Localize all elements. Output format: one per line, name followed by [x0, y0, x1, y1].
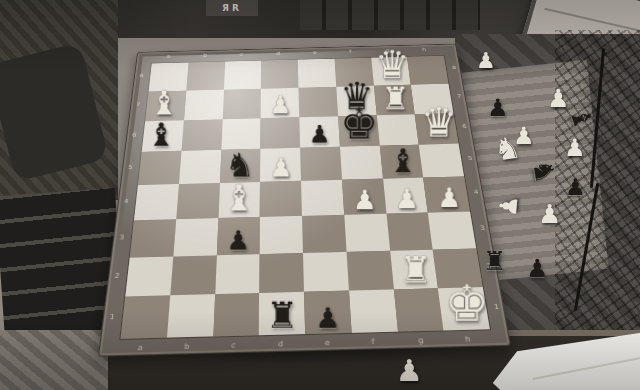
square-f1[interactable] — [349, 290, 398, 333]
captured-white-pawn[interactable]: ♟ — [564, 136, 586, 160]
piece-white-p[interactable]: ♟ — [395, 185, 419, 212]
square-h3[interactable] — [428, 211, 476, 249]
square-g1[interactable] — [393, 289, 443, 332]
square-a3[interactable] — [130, 219, 176, 257]
square-d3[interactable] — [260, 216, 303, 254]
captured-white-pawn[interactable]: ♟ — [547, 86, 569, 111]
file-label-c: c — [240, 53, 244, 58]
square-g4[interactable]: ♟ — [383, 178, 428, 214]
captured-white-knight[interactable]: ♞ — [492, 132, 523, 165]
captured-white-pawn[interactable]: ♟ — [396, 356, 423, 386]
rank-label-5: 5 — [468, 156, 473, 162]
square-c3[interactable]: ♟ — [216, 217, 260, 255]
file-label-b: b — [203, 53, 207, 58]
file-label-h: h — [422, 48, 427, 53]
file-label-a: a — [137, 345, 143, 353]
square-e3[interactable] — [302, 215, 346, 253]
square-h8[interactable] — [407, 56, 448, 85]
square-a5[interactable] — [138, 151, 181, 185]
file-label-a: a — [166, 54, 170, 59]
piece-white-p[interactable]: ♟ — [269, 92, 291, 117]
square-a4[interactable] — [134, 184, 179, 220]
file-label-d: d — [278, 341, 283, 349]
square-g3[interactable] — [386, 212, 433, 250]
square-e7[interactable] — [298, 87, 337, 117]
piece-white-p[interactable]: ♟ — [269, 155, 292, 181]
square-c7[interactable] — [222, 89, 261, 119]
rank-label-7: 7 — [136, 102, 141, 107]
piece-white-r[interactable]: ♜ — [399, 252, 431, 288]
rank-label-8: 8 — [139, 74, 144, 79]
file-label-c: c — [231, 342, 236, 350]
captured-black-knight-lying[interactable]: ♞ — [529, 157, 560, 186]
rank-label-3: 3 — [480, 225, 486, 231]
square-e5[interactable] — [300, 147, 342, 181]
captured-black-rook[interactable]: ♜ — [483, 248, 506, 274]
square-f5[interactable] — [340, 146, 383, 180]
board-grid: ♛♝♟♛♜♝♟♚♛♞♟♝♝♟♟♟♟♜♜♟♚ — [119, 55, 491, 340]
captured-white-pawn-lying[interactable]: ♟ — [496, 194, 522, 218]
square-c2[interactable] — [215, 254, 260, 295]
rank-label-4: 4 — [473, 190, 479, 196]
square-a1[interactable] — [121, 296, 170, 339]
piece-black-p[interactable]: ♟ — [309, 122, 331, 146]
paper-crease — [533, 355, 640, 380]
captured-black-pawn[interactable]: ♟ — [526, 256, 548, 281]
piece-black-r[interactable]: ♜ — [266, 297, 298, 333]
board-perspective-wrapper: ♛♝♟♛♜♝♟♚♛♞♟♝♝♟♟♟♟♜♜♟♚ aa88bb77cc66dd55ee… — [0, 0, 640, 390]
square-e8[interactable] — [298, 59, 336, 88]
square-d5[interactable]: ♟ — [260, 148, 301, 182]
square-b6[interactable] — [181, 119, 222, 151]
piece-black-p[interactable]: ♟ — [316, 304, 341, 332]
tournament-scene: ЯR ♛♝♟♛♜♝♟♚♛♞♟♝♝♟♟♟♟♜♜♟♚ aa88bb77cc66dd5… — [0, 0, 640, 390]
rank-label-3: 3 — [119, 235, 124, 241]
square-a6[interactable]: ♝ — [142, 120, 184, 152]
square-g7[interactable]: ♜ — [373, 85, 414, 115]
file-label-e: e — [313, 51, 317, 56]
square-h4[interactable]: ♟ — [423, 177, 470, 213]
file-label-d: d — [276, 52, 280, 57]
square-b8[interactable] — [186, 62, 225, 91]
piece-black-b[interactable]: ♝ — [147, 119, 176, 151]
square-e4[interactable] — [301, 180, 344, 216]
square-h6[interactable]: ♛ — [415, 113, 459, 145]
square-c8[interactable] — [224, 61, 262, 90]
captured-black-pawn[interactable]: ♟ — [487, 96, 509, 120]
piece-black-b[interactable]: ♝ — [388, 144, 418, 177]
square-d1[interactable]: ♜ — [259, 292, 305, 335]
square-g5[interactable]: ♝ — [379, 145, 423, 179]
square-d6[interactable] — [261, 117, 301, 149]
piece-white-k[interactable]: ♚ — [444, 279, 489, 329]
square-g2[interactable]: ♜ — [390, 249, 439, 289]
square-h1[interactable]: ♚ — [438, 287, 490, 330]
rank-label-1: 1 — [493, 304, 499, 311]
square-b1[interactable] — [167, 294, 215, 337]
file-label-g: g — [418, 337, 424, 345]
captured-black-pawn[interactable]: ♟ — [565, 176, 586, 199]
square-b3[interactable] — [173, 218, 218, 256]
rank-label-4: 4 — [124, 199, 129, 205]
square-b5[interactable] — [179, 150, 221, 184]
rank-label-2: 2 — [114, 273, 120, 280]
file-label-e: e — [325, 340, 330, 348]
piece-black-p[interactable]: ♟ — [226, 227, 250, 254]
rank-label-1: 1 — [109, 314, 115, 321]
square-f6[interactable]: ♚ — [338, 115, 380, 147]
square-e2[interactable] — [303, 252, 349, 293]
rank-label-6: 6 — [132, 133, 137, 138]
square-c4[interactable]: ♝ — [218, 182, 260, 218]
square-f4[interactable]: ♟ — [342, 179, 386, 215]
rank-label-6: 6 — [462, 124, 467, 129]
square-b7[interactable] — [184, 89, 224, 119]
square-d2[interactable] — [259, 253, 304, 294]
square-e1[interactable]: ♟ — [304, 291, 351, 334]
file-label-f: f — [371, 339, 374, 347]
piece-white-p[interactable]: ♟ — [437, 184, 461, 211]
square-f3[interactable] — [344, 213, 390, 251]
chess-board[interactable]: ♛♝♟♛♜♝♟♚♛♞♟♝♝♟♟♟♟♜♜♟♚ aa88bb77cc66dd55ee… — [98, 44, 511, 357]
piece-black-k[interactable]: ♚ — [340, 103, 378, 146]
piece-white-q[interactable]: ♛ — [420, 103, 457, 144]
square-f2[interactable] — [346, 250, 393, 290]
square-e6[interactable]: ♟ — [299, 116, 339, 148]
square-d8[interactable] — [261, 60, 298, 89]
rank-label-5: 5 — [128, 165, 133, 171]
file-label-h: h — [465, 336, 471, 344]
square-d4[interactable] — [260, 181, 302, 217]
rank-label-8: 8 — [452, 66, 457, 71]
square-d7[interactable]: ♟ — [261, 88, 300, 118]
captured-white-pawn[interactable]: ♟ — [476, 50, 496, 72]
piece-white-p[interactable]: ♟ — [353, 186, 377, 213]
square-h5[interactable] — [419, 144, 464, 178]
piece-white-b[interactable]: ♝ — [223, 180, 255, 216]
file-label-f: f — [349, 50, 352, 55]
square-c1[interactable] — [213, 293, 260, 336]
square-b4[interactable] — [176, 183, 220, 219]
file-label-b: b — [184, 343, 190, 351]
captured-white-pawn[interactable]: ♟ — [538, 201, 561, 227]
square-b2[interactable] — [170, 255, 216, 296]
piece-white-q[interactable]: ♛ — [375, 46, 410, 85]
square-a2[interactable] — [125, 256, 173, 297]
piece-white-r[interactable]: ♜ — [382, 82, 410, 113]
